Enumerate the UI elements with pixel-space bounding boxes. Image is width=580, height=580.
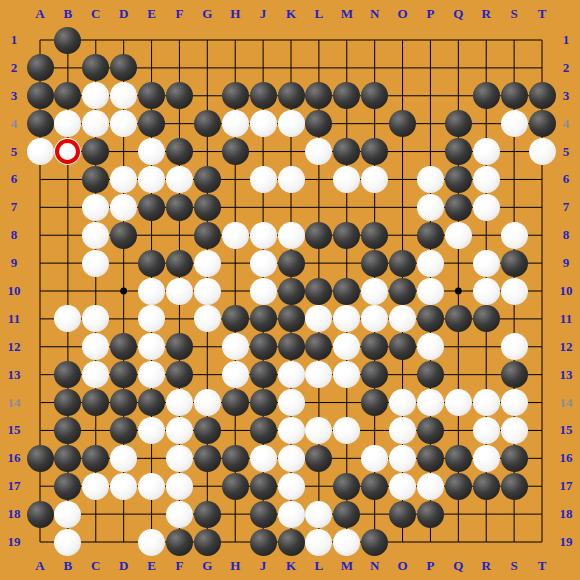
black-stone-n19 (361, 529, 388, 556)
col-label-bottom-t: T (529, 558, 555, 574)
row-label-right-14: 14 (553, 395, 579, 411)
white-stone-j4 (250, 110, 277, 137)
black-stone-m8 (333, 222, 360, 249)
black-stone-f19 (166, 529, 193, 556)
black-stone-r17 (473, 473, 500, 500)
col-label-bottom-e: E (139, 558, 165, 574)
black-stone-k9 (278, 250, 305, 277)
white-stone-e10 (138, 278, 165, 305)
white-stone-p6 (417, 166, 444, 193)
row-label-right-8: 8 (553, 227, 579, 243)
white-stone-f18 (166, 501, 193, 528)
black-stone-b16 (54, 445, 81, 472)
white-stone-b19 (54, 529, 81, 556)
black-stone-p8 (417, 222, 444, 249)
black-stone-h16 (222, 445, 249, 472)
white-stone-g14 (194, 389, 221, 416)
white-stone-m19 (333, 529, 360, 556)
white-stone-h13 (222, 361, 249, 388)
col-label-top-q: Q (445, 6, 471, 22)
white-stone-s4 (501, 110, 528, 137)
black-stone-s13 (501, 361, 528, 388)
white-stone-e19 (138, 529, 165, 556)
white-stone-f10 (166, 278, 193, 305)
white-stone-g10 (194, 278, 221, 305)
black-stone-f12 (166, 333, 193, 360)
black-stone-a16 (27, 445, 54, 472)
black-stone-p18 (417, 501, 444, 528)
white-stone-j10 (250, 278, 277, 305)
white-stone-m6 (333, 166, 360, 193)
row-label-left-12: 12 (1, 339, 27, 355)
white-stone-s14 (501, 389, 528, 416)
row-label-right-16: 16 (553, 450, 579, 466)
black-stone-g7 (194, 194, 221, 221)
white-stone-s10 (501, 278, 528, 305)
black-stone-g8 (194, 222, 221, 249)
col-label-top-j: J (250, 6, 276, 22)
col-label-bottom-a: A (27, 558, 53, 574)
row-label-left-19: 19 (1, 534, 27, 550)
white-stone-j16 (250, 445, 277, 472)
black-stone-h14 (222, 389, 249, 416)
col-label-bottom-b: B (55, 558, 81, 574)
white-stone-e15 (138, 417, 165, 444)
black-stone-j11 (250, 305, 277, 332)
black-stone-e4 (138, 110, 165, 137)
black-stone-j19 (250, 529, 277, 556)
black-stone-k19 (278, 529, 305, 556)
black-stone-f3 (166, 82, 193, 109)
white-stone-d7 (110, 194, 137, 221)
col-label-top-l: L (306, 6, 332, 22)
white-stone-p17 (417, 473, 444, 500)
row-label-right-5: 5 (553, 144, 579, 160)
white-stone-r10 (473, 278, 500, 305)
white-stone-r6 (473, 166, 500, 193)
black-stone-m18 (333, 501, 360, 528)
black-stone-g18 (194, 501, 221, 528)
row-label-left-14: 14 (1, 395, 27, 411)
black-stone-m10 (333, 278, 360, 305)
go-board-screen: AABBCCDDEEFFGGHHJJKKLLMMNNOOPPQQRRSSTT11… (0, 0, 580, 580)
black-stone-g4 (194, 110, 221, 137)
white-stone-d6 (110, 166, 137, 193)
white-stone-j9 (250, 250, 277, 277)
white-stone-l19 (305, 529, 332, 556)
row-label-right-11: 11 (553, 311, 579, 327)
star-point-d10 (120, 288, 127, 295)
white-stone-p10 (417, 278, 444, 305)
white-stone-r15 (473, 417, 500, 444)
black-stone-k3 (278, 82, 305, 109)
white-stone-f15 (166, 417, 193, 444)
black-stone-j18 (250, 501, 277, 528)
white-stone-k6 (278, 166, 305, 193)
col-label-top-r: R (473, 6, 499, 22)
black-stone-c16 (82, 445, 109, 472)
row-label-right-4: 4 (553, 116, 579, 132)
col-label-top-c: C (83, 6, 109, 22)
white-stone-l18 (305, 501, 332, 528)
white-stone-k13 (278, 361, 305, 388)
black-stone-n14 (361, 389, 388, 416)
white-stone-m15 (333, 417, 360, 444)
white-stone-e5 (138, 138, 165, 165)
col-label-top-e: E (139, 6, 165, 22)
col-label-bottom-g: G (194, 558, 220, 574)
col-label-top-a: A (27, 6, 53, 22)
col-label-bottom-s: S (501, 558, 527, 574)
white-stone-e6 (138, 166, 165, 193)
col-label-top-b: B (55, 6, 81, 22)
white-stone-o15 (389, 417, 416, 444)
white-stone-c17 (82, 473, 109, 500)
white-stone-n10 (361, 278, 388, 305)
white-stone-p9 (417, 250, 444, 277)
white-stone-g11 (194, 305, 221, 332)
white-stone-g9 (194, 250, 221, 277)
black-stone-e7 (138, 194, 165, 221)
black-stone-d15 (110, 417, 137, 444)
black-stone-k11 (278, 305, 305, 332)
col-label-bottom-f: F (166, 558, 192, 574)
col-label-bottom-n: N (362, 558, 388, 574)
white-stone-s15 (501, 417, 528, 444)
white-stone-j8 (250, 222, 277, 249)
black-stone-t3 (529, 82, 556, 109)
white-stone-o14 (389, 389, 416, 416)
row-label-left-15: 15 (1, 422, 27, 438)
white-stone-h8 (222, 222, 249, 249)
white-stone-o16 (389, 445, 416, 472)
white-stone-c9 (82, 250, 109, 277)
white-stone-r7 (473, 194, 500, 221)
row-label-left-4: 4 (1, 116, 27, 132)
col-label-top-m: M (334, 6, 360, 22)
col-label-bottom-c: C (83, 558, 109, 574)
white-stone-k17 (278, 473, 305, 500)
black-stone-n17 (361, 473, 388, 500)
white-stone-k4 (278, 110, 305, 137)
white-stone-e17 (138, 473, 165, 500)
white-stone-n6 (361, 166, 388, 193)
white-stone-f17 (166, 473, 193, 500)
black-stone-s17 (501, 473, 528, 500)
white-stone-k8 (278, 222, 305, 249)
black-stone-j3 (250, 82, 277, 109)
black-stone-p16 (417, 445, 444, 472)
black-stone-f9 (166, 250, 193, 277)
row-label-left-17: 17 (1, 478, 27, 494)
black-stone-g6 (194, 166, 221, 193)
black-stone-h5 (222, 138, 249, 165)
black-stone-q4 (445, 110, 472, 137)
black-stone-k10 (278, 278, 305, 305)
row-label-left-1: 1 (1, 32, 27, 48)
black-stone-f7 (166, 194, 193, 221)
col-label-top-s: S (501, 6, 527, 22)
black-stone-d14 (110, 389, 137, 416)
white-stone-q8 (445, 222, 472, 249)
row-label-left-5: 5 (1, 144, 27, 160)
col-label-top-p: P (417, 6, 443, 22)
white-stone-k16 (278, 445, 305, 472)
row-label-right-13: 13 (553, 367, 579, 383)
white-stone-a5 (27, 138, 54, 165)
row-label-left-11: 11 (1, 311, 27, 327)
black-stone-a4 (27, 110, 54, 137)
black-stone-q17 (445, 473, 472, 500)
white-stone-q14 (445, 389, 472, 416)
row-label-left-18: 18 (1, 506, 27, 522)
white-stone-n16 (361, 445, 388, 472)
white-stone-f16 (166, 445, 193, 472)
white-stone-c8 (82, 222, 109, 249)
black-stone-l8 (305, 222, 332, 249)
black-stone-r11 (473, 305, 500, 332)
black-stone-q16 (445, 445, 472, 472)
row-label-left-13: 13 (1, 367, 27, 383)
row-label-left-16: 16 (1, 450, 27, 466)
white-stone-b18 (54, 501, 81, 528)
black-stone-b17 (54, 473, 81, 500)
col-label-bottom-o: O (390, 558, 416, 574)
row-label-right-3: 3 (553, 88, 579, 104)
black-stone-t4 (529, 110, 556, 137)
col-label-bottom-j: J (250, 558, 276, 574)
white-stone-d16 (110, 445, 137, 472)
black-stone-e14 (138, 389, 165, 416)
black-stone-p13 (417, 361, 444, 388)
black-stone-s9 (501, 250, 528, 277)
row-label-right-7: 7 (553, 199, 579, 215)
black-stone-a3 (27, 82, 54, 109)
col-label-top-g: G (194, 6, 220, 22)
row-label-left-10: 10 (1, 283, 27, 299)
white-stone-k18 (278, 501, 305, 528)
white-stone-h12 (222, 333, 249, 360)
black-stone-e9 (138, 250, 165, 277)
white-stone-r5 (473, 138, 500, 165)
white-stone-k14 (278, 389, 305, 416)
white-stone-r16 (473, 445, 500, 472)
black-stone-m17 (333, 473, 360, 500)
row-label-right-19: 19 (553, 534, 579, 550)
white-stone-k15 (278, 417, 305, 444)
col-label-bottom-l: L (306, 558, 332, 574)
row-label-right-12: 12 (553, 339, 579, 355)
black-stone-n9 (361, 250, 388, 277)
col-label-top-k: K (278, 6, 304, 22)
row-label-right-1: 1 (553, 32, 579, 48)
black-stone-g16 (194, 445, 221, 472)
black-stone-q5 (445, 138, 472, 165)
col-label-top-t: T (529, 6, 555, 22)
black-stone-q11 (445, 305, 472, 332)
black-stone-j12 (250, 333, 277, 360)
white-stone-d17 (110, 473, 137, 500)
col-label-bottom-p: P (417, 558, 443, 574)
black-stone-h11 (222, 305, 249, 332)
row-label-right-6: 6 (553, 171, 579, 187)
black-stone-h17 (222, 473, 249, 500)
row-label-left-9: 9 (1, 255, 27, 271)
white-stone-r9 (473, 250, 500, 277)
black-stone-o10 (389, 278, 416, 305)
black-stone-h3 (222, 82, 249, 109)
col-label-bottom-r: R (473, 558, 499, 574)
col-label-top-o: O (390, 6, 416, 22)
col-label-bottom-k: K (278, 558, 304, 574)
black-stone-l16 (305, 445, 332, 472)
black-stone-g19 (194, 529, 221, 556)
black-stone-j14 (250, 389, 277, 416)
black-stone-q6 (445, 166, 472, 193)
white-stone-j6 (250, 166, 277, 193)
white-stone-o17 (389, 473, 416, 500)
black-stone-r3 (473, 82, 500, 109)
black-stone-s3 (501, 82, 528, 109)
col-label-top-d: D (111, 6, 137, 22)
col-label-top-h: H (222, 6, 248, 22)
col-label-top-f: F (166, 6, 192, 22)
black-stone-a18 (27, 501, 54, 528)
white-stone-h4 (222, 110, 249, 137)
black-stone-b1 (54, 27, 81, 54)
row-label-left-7: 7 (1, 199, 27, 215)
col-label-bottom-d: D (111, 558, 137, 574)
col-label-bottom-h: H (222, 558, 248, 574)
row-label-right-10: 10 (553, 283, 579, 299)
row-label-right-2: 2 (553, 60, 579, 76)
last-move-marker (55, 139, 80, 164)
black-stone-o18 (389, 501, 416, 528)
black-stone-a2 (27, 54, 54, 81)
col-label-top-n: N (362, 6, 388, 22)
black-stone-s16 (501, 445, 528, 472)
white-stone-p7 (417, 194, 444, 221)
black-stone-g15 (194, 417, 221, 444)
black-stone-j15 (250, 417, 277, 444)
black-stone-n5 (361, 138, 388, 165)
white-stone-p12 (417, 333, 444, 360)
black-stone-j13 (250, 361, 277, 388)
black-stone-p15 (417, 417, 444, 444)
black-stone-j17 (250, 473, 277, 500)
black-stone-n8 (361, 222, 388, 249)
black-stone-f5 (166, 138, 193, 165)
white-stone-t5 (529, 138, 556, 165)
col-label-bottom-m: M (334, 558, 360, 574)
row-label-right-17: 17 (553, 478, 579, 494)
row-label-right-15: 15 (553, 422, 579, 438)
white-stone-c7 (82, 194, 109, 221)
row-label-left-2: 2 (1, 60, 27, 76)
row-label-left-8: 8 (1, 227, 27, 243)
white-stone-f6 (166, 166, 193, 193)
col-label-bottom-q: Q (445, 558, 471, 574)
black-stone-q7 (445, 194, 472, 221)
row-label-right-18: 18 (553, 506, 579, 522)
black-stone-o4 (389, 110, 416, 137)
white-stone-e13 (138, 361, 165, 388)
white-stone-p14 (417, 389, 444, 416)
white-stone-s8 (501, 222, 528, 249)
black-stone-o9 (389, 250, 416, 277)
black-stone-f13 (166, 361, 193, 388)
star-point-q10 (455, 288, 462, 295)
black-stone-k12 (278, 333, 305, 360)
black-stone-c6 (82, 166, 109, 193)
row-label-left-6: 6 (1, 171, 27, 187)
black-stone-d8 (110, 222, 137, 249)
white-stone-r14 (473, 389, 500, 416)
black-stone-l10 (305, 278, 332, 305)
row-label-right-9: 9 (553, 255, 579, 271)
row-label-left-3: 3 (1, 88, 27, 104)
white-stone-f14 (166, 389, 193, 416)
white-stone-s12 (501, 333, 528, 360)
